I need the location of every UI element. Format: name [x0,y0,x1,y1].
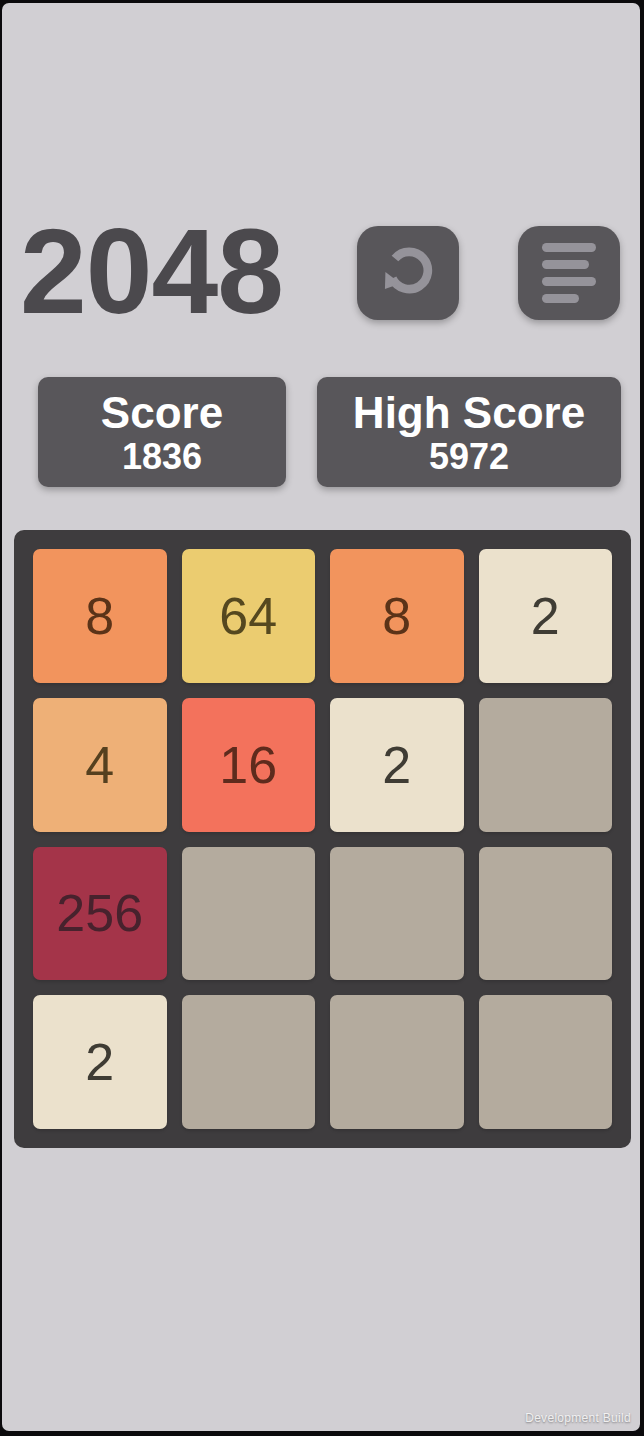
tile-4: 4 [33,698,167,832]
tile-2: 2 [479,549,613,683]
game-board[interactable]: 8648241622562 [14,530,631,1148]
empty-cell [479,698,613,832]
empty-cell [330,995,464,1129]
empty-cell [479,847,613,981]
restart-icon [377,242,439,304]
score-box: Score 1836 [38,377,286,487]
score-value: 1836 [122,437,202,477]
high-score-value: 5972 [429,437,509,477]
tile-2: 2 [330,698,464,832]
game-title: 2048 [20,211,283,331]
menu-button[interactable] [518,226,620,320]
score-label: Score [101,388,223,437]
menu-icon [542,243,596,303]
empty-cell [182,847,316,981]
empty-cell [479,995,613,1129]
tile-8: 8 [33,549,167,683]
tile-2: 2 [33,995,167,1129]
empty-cell [330,847,464,981]
empty-cell [182,995,316,1129]
tile-256: 256 [33,847,167,981]
development-build-watermark: Development Build [525,1411,631,1425]
tile-64: 64 [182,549,316,683]
high-score-label: High Score [353,388,585,437]
restart-button[interactable] [357,226,459,320]
phone-screenshot-frame: 2048 Score 1836 High Score 5972 [0,0,644,1436]
high-score-box: High Score 5972 [317,377,621,487]
tile-16: 16 [182,698,316,832]
game-screen: 2048 Score 1836 High Score 5972 [2,3,640,1431]
tile-8: 8 [330,549,464,683]
